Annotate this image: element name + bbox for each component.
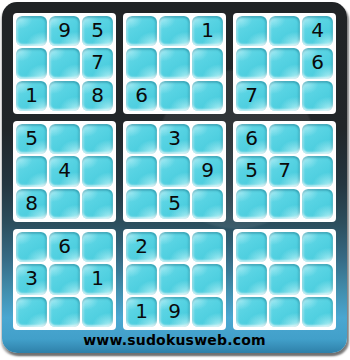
cell-r6c7[interactable] <box>236 189 267 219</box>
cell-r8c5[interactable] <box>159 264 190 294</box>
cell-r2c2[interactable] <box>49 48 80 78</box>
given-digit: 5 <box>25 128 38 148</box>
cell-r7c3[interactable] <box>82 232 113 262</box>
cell-r9c4[interactable]: 1 <box>126 297 157 327</box>
cell-r5c1[interactable] <box>16 156 47 186</box>
given-digit: 1 <box>201 20 214 40</box>
cell-r9c5[interactable]: 9 <box>159 297 190 327</box>
given-digit: 5 <box>168 193 181 213</box>
given-digit: 6 <box>245 128 258 148</box>
cell-r4c8[interactable] <box>269 124 300 154</box>
given-digit: 2 <box>135 236 148 256</box>
cell-r9c9[interactable] <box>302 297 333 327</box>
cell-r1c2[interactable]: 9 <box>49 16 80 46</box>
cell-r3c5[interactable] <box>159 81 190 111</box>
cell-r6c4[interactable] <box>126 189 157 219</box>
cell-r5c2[interactable]: 4 <box>49 156 80 186</box>
cell-r6c9[interactable] <box>302 189 333 219</box>
cell-r6c6[interactable] <box>192 189 223 219</box>
given-digit: 6 <box>58 236 71 256</box>
box-3-3 <box>233 229 336 330</box>
sudoku-app: 9571816467548395657631219 www.sudokusweb… <box>0 0 350 360</box>
cell-r6c5[interactable]: 5 <box>159 189 190 219</box>
cell-r8c8[interactable] <box>269 264 300 294</box>
cell-r1c3[interactable]: 5 <box>82 16 113 46</box>
cell-r2c4[interactable] <box>126 48 157 78</box>
cell-r1c5[interactable] <box>159 16 190 46</box>
box-2-1: 548 <box>13 121 116 222</box>
box-3-1: 631 <box>13 229 116 330</box>
cell-r2c1[interactable] <box>16 48 47 78</box>
cell-r4c1[interactable]: 5 <box>16 124 47 154</box>
cell-r8c6[interactable] <box>192 264 223 294</box>
cell-r1c7[interactable] <box>236 16 267 46</box>
given-digit: 1 <box>91 268 104 288</box>
cell-r3c1[interactable]: 1 <box>16 81 47 111</box>
cell-r5c9[interactable] <box>302 156 333 186</box>
box-1-3: 467 <box>233 13 336 114</box>
given-digit: 7 <box>245 85 258 105</box>
site-credit: www.sudokusweb.com <box>2 332 347 348</box>
given-digit: 6 <box>311 52 324 72</box>
sudoku-board: 9571816467548395657631219 <box>13 13 336 330</box>
cell-r5c8[interactable]: 7 <box>269 156 300 186</box>
cell-r5c4[interactable] <box>126 156 157 186</box>
box-2-3: 657 <box>233 121 336 222</box>
cell-r2c3[interactable]: 7 <box>82 48 113 78</box>
cell-r2c7[interactable] <box>236 48 267 78</box>
cell-r9c6[interactable] <box>192 297 223 327</box>
cell-r9c7[interactable] <box>236 297 267 327</box>
cell-r7c1[interactable] <box>16 232 47 262</box>
cell-r7c4[interactable]: 2 <box>126 232 157 262</box>
cell-r7c9[interactable] <box>302 232 333 262</box>
box-1-2: 16 <box>123 13 226 114</box>
given-digit: 7 <box>91 52 104 72</box>
cell-r6c8[interactable] <box>269 189 300 219</box>
cell-r9c3[interactable] <box>82 297 113 327</box>
cell-r9c8[interactable] <box>269 297 300 327</box>
cell-r8c9[interactable] <box>302 264 333 294</box>
given-digit: 9 <box>201 160 214 180</box>
given-digit: 4 <box>311 20 324 40</box>
cell-r1c9[interactable]: 4 <box>302 16 333 46</box>
cell-r5c3[interactable] <box>82 156 113 186</box>
cell-r1c4[interactable] <box>126 16 157 46</box>
given-digit: 3 <box>168 128 181 148</box>
given-digit: 8 <box>25 193 38 213</box>
cell-r1c8[interactable] <box>269 16 300 46</box>
cell-r5c7[interactable]: 5 <box>236 156 267 186</box>
cell-r1c6[interactable]: 1 <box>192 16 223 46</box>
given-digit: 1 <box>135 301 148 321</box>
given-digit: 5 <box>245 160 258 180</box>
box-3-2: 219 <box>123 229 226 330</box>
cell-r7c6[interactable] <box>192 232 223 262</box>
given-digit: 6 <box>135 85 148 105</box>
cell-r2c6[interactable] <box>192 48 223 78</box>
cell-r9c1[interactable] <box>16 297 47 327</box>
cell-r3c7[interactable]: 7 <box>236 81 267 111</box>
box-2-2: 395 <box>123 121 226 222</box>
cell-r2c8[interactable] <box>269 48 300 78</box>
cell-r7c8[interactable] <box>269 232 300 262</box>
cell-r8c7[interactable] <box>236 264 267 294</box>
cell-r8c2[interactable] <box>49 264 80 294</box>
given-digit: 1 <box>25 85 38 105</box>
cell-r4c6[interactable] <box>192 124 223 154</box>
cell-r3c3[interactable]: 8 <box>82 81 113 111</box>
cell-r4c2[interactable] <box>49 124 80 154</box>
cell-r7c2[interactable]: 6 <box>49 232 80 262</box>
cell-r4c5[interactable]: 3 <box>159 124 190 154</box>
cell-r8c1[interactable]: 3 <box>16 264 47 294</box>
cell-r3c4[interactable]: 6 <box>126 81 157 111</box>
cell-r8c3[interactable]: 1 <box>82 264 113 294</box>
cell-r1c1[interactable] <box>16 16 47 46</box>
cell-r9c2[interactable] <box>49 297 80 327</box>
cell-r4c7[interactable]: 6 <box>236 124 267 154</box>
cell-r5c5[interactable] <box>159 156 190 186</box>
box-1-1: 95718 <box>13 13 116 114</box>
cell-r8c4[interactable] <box>126 264 157 294</box>
given-digit: 8 <box>91 85 104 105</box>
cell-r3c6[interactable] <box>192 81 223 111</box>
given-digit: 7 <box>278 160 291 180</box>
given-digit: 4 <box>58 160 71 180</box>
given-digit: 5 <box>91 20 104 40</box>
board-frame: 9571816467548395657631219 www.sudokusweb… <box>2 2 347 353</box>
cell-r4c3[interactable] <box>82 124 113 154</box>
cell-r5c6[interactable]: 9 <box>192 156 223 186</box>
cell-r6c1[interactable]: 8 <box>16 189 47 219</box>
given-digit: 9 <box>168 301 181 321</box>
cell-r2c5[interactable] <box>159 48 190 78</box>
cell-r7c7[interactable] <box>236 232 267 262</box>
cell-r3c2[interactable] <box>49 81 80 111</box>
given-digit: 3 <box>25 268 38 288</box>
cell-r4c9[interactable] <box>302 124 333 154</box>
cell-r3c9[interactable] <box>302 81 333 111</box>
cell-r4c4[interactable] <box>126 124 157 154</box>
cell-r7c5[interactable] <box>159 232 190 262</box>
cell-r2c9[interactable]: 6 <box>302 48 333 78</box>
cell-r6c3[interactable] <box>82 189 113 219</box>
given-digit: 9 <box>58 20 71 40</box>
cell-r3c8[interactable] <box>269 81 300 111</box>
cell-r6c2[interactable] <box>49 189 80 219</box>
